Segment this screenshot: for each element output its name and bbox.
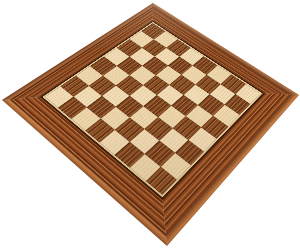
product-photo-canvas: [0, 0, 300, 250]
chess-board: [2, 3, 299, 246]
